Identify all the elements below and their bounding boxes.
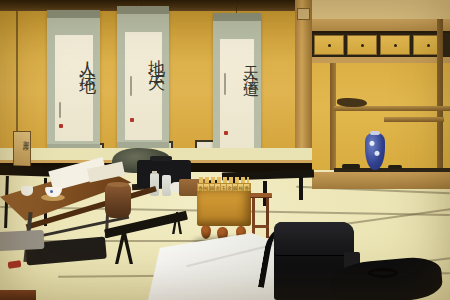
vase-lip bbox=[370, 131, 380, 135]
staggered-shelf-lower bbox=[384, 117, 444, 122]
shogi-room-photo: 人法地 地法天 天法道 bbox=[0, 0, 450, 300]
cabinet-door bbox=[347, 35, 377, 55]
door-pull bbox=[394, 44, 397, 47]
piece-stand-leg bbox=[252, 198, 255, 238]
alcove-tray bbox=[342, 164, 360, 169]
cabinet-row bbox=[312, 33, 450, 57]
signature-marks bbox=[59, 102, 61, 118]
dais-sign-text: 御上段 bbox=[14, 136, 30, 142]
alcove-ceiling bbox=[312, 0, 450, 20]
cabinet-door bbox=[314, 35, 344, 55]
scroll-text-right: 天法道 bbox=[213, 53, 261, 77]
bottle-cap bbox=[152, 171, 157, 174]
foreground-bench-corner bbox=[0, 290, 36, 300]
white-cup bbox=[21, 186, 33, 196]
scroll-text-left: 人法地 bbox=[47, 48, 100, 72]
piece-stand-leg bbox=[266, 198, 269, 238]
jar-lid bbox=[107, 182, 129, 187]
door-pull bbox=[328, 44, 331, 47]
door-pull bbox=[427, 44, 430, 47]
seal-stamp bbox=[224, 131, 228, 135]
case-handle bbox=[150, 156, 172, 161]
alcove-base-platform bbox=[312, 172, 450, 189]
calligraphy-scroll-center: 地法天 bbox=[117, 6, 169, 158]
seal-stamp bbox=[59, 124, 63, 128]
alcove-post bbox=[437, 19, 443, 175]
ceramic-jar bbox=[105, 184, 131, 218]
scroll-text-center: 地法天 bbox=[117, 46, 169, 70]
door-pull bbox=[361, 44, 364, 47]
bag-flap bbox=[274, 222, 354, 256]
shogi-board-side bbox=[197, 191, 251, 226]
garment-handle bbox=[368, 268, 398, 278]
piece-stand-rung bbox=[252, 225, 269, 228]
cabinet-door bbox=[380, 35, 410, 55]
alcove-beam bbox=[312, 19, 450, 33]
calligraphy-scroll-right: 天法道 bbox=[213, 13, 261, 165]
alcove-post bbox=[330, 63, 336, 175]
seal-stamp bbox=[130, 118, 134, 122]
wall-post bbox=[16, 11, 18, 151]
alcove-tray bbox=[388, 165, 402, 169]
shelf-ornament bbox=[337, 98, 367, 107]
teacup-pattern bbox=[50, 190, 53, 193]
pillar-bracket bbox=[297, 8, 310, 20]
signature-marks bbox=[130, 76, 132, 96]
signature-marks bbox=[224, 73, 226, 95]
bench-leg bbox=[299, 177, 303, 200]
calligraphy-scroll-left: 人法地 bbox=[47, 10, 100, 160]
gray-cushion bbox=[0, 230, 44, 251]
